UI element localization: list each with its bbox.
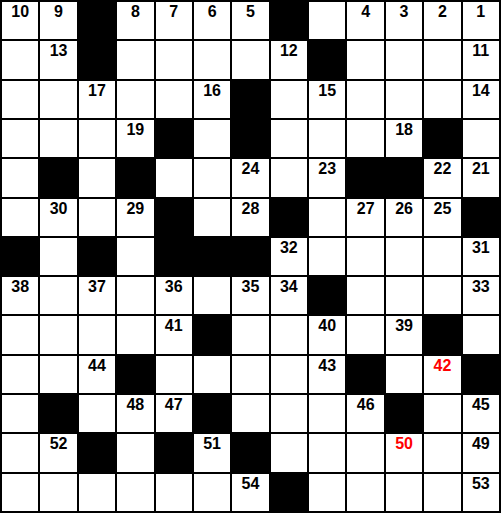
- answer-cell-r5c6[interactable]: [194, 159, 230, 196]
- black-cell-r7c6: [194, 238, 230, 275]
- black-cell-r13c8: [271, 474, 307, 511]
- answer-cell-r7c11[interactable]: [386, 238, 422, 275]
- clue-number-17: 17: [79, 82, 115, 100]
- answer-cell-r9c13[interactable]: [463, 316, 499, 353]
- clue-number-23: 23: [309, 160, 345, 178]
- clue-number-35: 35: [232, 278, 268, 296]
- black-cell-r7c3: [79, 238, 115, 275]
- black-cell-r5c4: [117, 159, 153, 196]
- clue-number-45: 45: [463, 396, 499, 414]
- answer-cell-r9c2[interactable]: [40, 316, 76, 353]
- answer-cell-r4c8[interactable]: [271, 120, 307, 157]
- crossword-grid: 1098765432113121117161514191824232221302…: [0, 0, 501, 513]
- answer-cell-r4c2[interactable]: [40, 120, 76, 157]
- clue-number-49: 49: [463, 435, 499, 453]
- answer-cell-r8c3[interactable]: 37: [79, 277, 115, 314]
- answer-cell-r13c10[interactable]: [347, 474, 383, 511]
- answer-cell-r2c6[interactable]: [194, 41, 230, 78]
- answer-cell-r12c8[interactable]: [271, 434, 307, 471]
- clue-number-33: 33: [463, 278, 499, 296]
- answer-cell-r12c2[interactable]: 52: [40, 434, 76, 471]
- answer-cell-r8c11[interactable]: [386, 277, 422, 314]
- answer-cell-r11c8[interactable]: [271, 395, 307, 432]
- answer-cell-r4c6[interactable]: [194, 120, 230, 157]
- clue-number-44: 44: [79, 357, 115, 375]
- answer-cell-r2c4[interactable]: [117, 41, 153, 78]
- answer-cell-r6c2[interactable]: 30: [40, 199, 76, 236]
- answer-cell-r8c12[interactable]: [424, 277, 460, 314]
- clue-number-15: 15: [309, 82, 345, 100]
- answer-cell-r7c9[interactable]: [309, 238, 345, 275]
- answer-cell-r11c4[interactable]: 48: [117, 395, 153, 432]
- clue-number-22: 22: [424, 160, 460, 178]
- answer-cell-r11c5[interactable]: 47: [156, 395, 192, 432]
- answer-cell-r12c6[interactable]: 51: [194, 434, 230, 471]
- black-cell-r7c7: [232, 238, 268, 275]
- answer-cell-r4c1[interactable]: [2, 120, 38, 157]
- answer-cell-r11c3[interactable]: [79, 395, 115, 432]
- black-cell-r9c6: [194, 316, 230, 353]
- answer-cell-r6c4[interactable]: 29: [117, 199, 153, 236]
- clue-number-46: 46: [347, 396, 383, 414]
- answer-cell-r10c11[interactable]: [386, 356, 422, 393]
- clue-number-28: 28: [232, 200, 268, 218]
- answer-cell-r12c10[interactable]: [347, 434, 383, 471]
- answer-cell-r1c5[interactable]: 7: [156, 2, 192, 39]
- answer-cell-r3c10[interactable]: [347, 81, 383, 118]
- black-cell-r11c2: [40, 395, 76, 432]
- clue-number-5: 5: [232, 3, 268, 21]
- answer-cell-r13c1[interactable]: [2, 474, 38, 511]
- black-cell-r11c11: [386, 395, 422, 432]
- answer-cell-r12c1[interactable]: [2, 434, 38, 471]
- answer-cell-r1c13[interactable]: 1: [463, 2, 499, 39]
- clue-number-31: 31: [463, 239, 499, 257]
- answer-cell-r2c7[interactable]: [232, 41, 268, 78]
- answer-cell-r7c2[interactable]: [40, 238, 76, 275]
- answer-cell-r10c6[interactable]: [194, 356, 230, 393]
- black-cell-r4c5: [156, 120, 192, 157]
- clue-number-7: 7: [156, 3, 192, 21]
- clue-number-36: 36: [156, 278, 192, 296]
- answer-cell-r11c12[interactable]: [424, 395, 460, 432]
- clue-number-38: 38: [2, 278, 38, 296]
- answer-cell-r7c10[interactable]: [347, 238, 383, 275]
- answer-cell-r7c13[interactable]: 31: [463, 238, 499, 275]
- answer-cell-r6c10[interactable]: 27: [347, 199, 383, 236]
- black-cell-r12c5: [156, 434, 192, 471]
- answer-cell-r13c9[interactable]: [309, 474, 345, 511]
- answer-cell-r8c8[interactable]: 34: [271, 277, 307, 314]
- answer-cell-r10c3[interactable]: 44: [79, 356, 115, 393]
- black-cell-r5c11: [386, 159, 422, 196]
- black-cell-r6c13: [463, 199, 499, 236]
- black-cell-r7c1: [2, 238, 38, 275]
- answer-cell-r3c8[interactable]: [271, 81, 307, 118]
- black-cell-r10c10: [347, 356, 383, 393]
- answer-cell-r13c12[interactable]: [424, 474, 460, 511]
- answer-cell-r11c1[interactable]: [2, 395, 38, 432]
- answer-cell-r5c1[interactable]: [2, 159, 38, 196]
- answer-cell-r6c6[interactable]: [194, 199, 230, 236]
- answer-cell-r3c2[interactable]: [40, 81, 76, 118]
- answer-cell-r4c13[interactable]: [463, 120, 499, 157]
- clue-number-1: 1: [463, 3, 499, 21]
- clue-number-14: 14: [463, 82, 499, 100]
- answer-cell-r4c4[interactable]: 19: [117, 120, 153, 157]
- answer-cell-r2c13[interactable]: 11: [463, 41, 499, 78]
- clue-number-40: 40: [309, 317, 345, 335]
- answer-cell-r3c9[interactable]: 15: [309, 81, 345, 118]
- clue-number-9: 9: [40, 3, 76, 21]
- clue-number-47: 47: [156, 396, 192, 414]
- answer-cell-r1c12[interactable]: 2: [424, 2, 460, 39]
- answer-cell-r8c13[interactable]: 33: [463, 277, 499, 314]
- clue-number-32: 32: [271, 239, 307, 257]
- clue-number-11: 11: [463, 42, 499, 60]
- black-cell-r11c6: [194, 395, 230, 432]
- answer-cell-r4c3[interactable]: [79, 120, 115, 157]
- answer-cell-r6c3[interactable]: [79, 199, 115, 236]
- black-cell-r1c3: [79, 2, 115, 39]
- answer-cell-r3c1[interactable]: [2, 81, 38, 118]
- clue-number-25: 25: [424, 200, 460, 218]
- answer-cell-r9c9[interactable]: 40: [309, 316, 345, 353]
- answer-cell-r5c13[interactable]: 21: [463, 159, 499, 196]
- answer-cell-r1c1[interactable]: 10: [2, 2, 38, 39]
- clue-number-27: 27: [347, 200, 383, 218]
- answer-cell-r12c12[interactable]: [424, 434, 460, 471]
- answer-cell-r4c11[interactable]: 18: [386, 120, 422, 157]
- answer-cell-r11c9[interactable]: [309, 395, 345, 432]
- black-cell-r10c4: [117, 356, 153, 393]
- clue-number-30: 30: [40, 200, 76, 218]
- answer-cell-r3c13[interactable]: 14: [463, 81, 499, 118]
- black-cell-r10c13: [463, 356, 499, 393]
- answer-cell-r9c10[interactable]: [347, 316, 383, 353]
- answer-cell-r2c5[interactable]: [156, 41, 192, 78]
- clue-number-18: 18: [386, 121, 422, 139]
- answer-cell-r6c11[interactable]: 26: [386, 199, 422, 236]
- answer-cell-r3c3[interactable]: 17: [79, 81, 115, 118]
- answer-cell-r3c5[interactable]: [156, 81, 192, 118]
- answer-cell-r9c1[interactable]: [2, 316, 38, 353]
- clue-number-26: 26: [386, 200, 422, 218]
- clue-number-43: 43: [309, 357, 345, 375]
- clue-number-16: 16: [194, 82, 230, 100]
- answer-cell-r10c9[interactable]: 43: [309, 356, 345, 393]
- answer-cell-r9c7[interactable]: [232, 316, 268, 353]
- answer-cell-r1c2[interactable]: 9: [40, 2, 76, 39]
- answer-cell-r11c10[interactable]: 46: [347, 395, 383, 432]
- black-cell-r5c10: [347, 159, 383, 196]
- answer-cell-r1c11[interactable]: 3: [386, 2, 422, 39]
- answer-cell-r13c5[interactable]: [156, 474, 192, 511]
- answer-cell-r1c4[interactable]: 8: [117, 2, 153, 39]
- clue-number-39: 39: [386, 317, 422, 335]
- answer-cell-r8c5[interactable]: 36: [156, 277, 192, 314]
- clue-number-19: 19: [117, 121, 153, 139]
- clue-number-21: 21: [463, 160, 499, 178]
- clue-number-41: 41: [156, 317, 192, 335]
- clue-number-24: 24: [232, 160, 268, 178]
- answer-cell-r10c5[interactable]: [156, 356, 192, 393]
- clue-number-3: 3: [386, 3, 422, 21]
- answer-cell-r10c8[interactable]: [271, 356, 307, 393]
- answer-cell-r3c6[interactable]: 16: [194, 81, 230, 118]
- answer-cell-r13c2[interactable]: [40, 474, 76, 511]
- answer-cell-r13c4[interactable]: [117, 474, 153, 511]
- black-cell-r7c5: [156, 238, 192, 275]
- answer-cell-r4c10[interactable]: [347, 120, 383, 157]
- answer-cell-r7c4[interactable]: [117, 238, 153, 275]
- clue-number-2: 2: [424, 3, 460, 21]
- black-cell-r1c8: [271, 2, 307, 39]
- clue-number-34: 34: [271, 278, 307, 296]
- answer-cell-r2c2[interactable]: 13: [40, 41, 76, 78]
- clue-number-8: 8: [117, 3, 153, 21]
- answer-cell-r6c12[interactable]: 25: [424, 199, 460, 236]
- answer-cell-r8c10[interactable]: [347, 277, 383, 314]
- clue-number-42: 42: [424, 357, 460, 375]
- clue-number-50: 50: [386, 435, 422, 453]
- answer-cell-r1c10[interactable]: 4: [347, 2, 383, 39]
- answer-cell-r13c3[interactable]: [79, 474, 115, 511]
- answer-cell-r2c1[interactable]: [2, 41, 38, 78]
- answer-cell-r1c6[interactable]: 6: [194, 2, 230, 39]
- black-cell-r6c8: [271, 199, 307, 236]
- black-cell-r12c3: [79, 434, 115, 471]
- answer-cell-r6c1[interactable]: [2, 199, 38, 236]
- answer-cell-r8c1[interactable]: 38: [2, 277, 38, 314]
- answer-cell-r1c7[interactable]: 5: [232, 2, 268, 39]
- black-cell-r2c9: [309, 41, 345, 78]
- answer-cell-r8c2[interactable]: [40, 277, 76, 314]
- clue-number-54: 54: [232, 475, 268, 493]
- answer-cell-r9c8[interactable]: [271, 316, 307, 353]
- answer-cell-r7c8[interactable]: 32: [271, 238, 307, 275]
- answer-cell-r6c9[interactable]: [309, 199, 345, 236]
- answer-cell-r5c7[interactable]: 24: [232, 159, 268, 196]
- answer-cell-r9c4[interactable]: [117, 316, 153, 353]
- clue-number-52: 52: [40, 435, 76, 453]
- clue-number-48: 48: [117, 396, 153, 414]
- answer-cell-r12c11[interactable]: 50: [386, 434, 422, 471]
- clue-number-10: 10: [2, 3, 38, 21]
- answer-cell-r10c12[interactable]: 42: [424, 356, 460, 393]
- clue-number-37: 37: [79, 278, 115, 296]
- answer-cell-r2c11[interactable]: [386, 41, 422, 78]
- answer-cell-r8c6[interactable]: [194, 277, 230, 314]
- answer-cell-r13c7[interactable]: 54: [232, 474, 268, 511]
- answer-cell-r5c5[interactable]: [156, 159, 192, 196]
- answer-cell-r13c6[interactable]: [194, 474, 230, 511]
- black-cell-r4c12: [424, 120, 460, 157]
- clue-number-13: 13: [40, 42, 76, 60]
- answer-cell-r3c11[interactable]: [386, 81, 422, 118]
- answer-cell-r11c13[interactable]: 45: [463, 395, 499, 432]
- answer-cell-r1c9[interactable]: [309, 2, 345, 39]
- answer-cell-r3c4[interactable]: [117, 81, 153, 118]
- answer-cell-r2c10[interactable]: [347, 41, 383, 78]
- clue-number-12: 12: [271, 42, 307, 60]
- answer-cell-r13c11[interactable]: [386, 474, 422, 511]
- answer-cell-r4c9[interactable]: [309, 120, 345, 157]
- answer-cell-r10c2[interactable]: [40, 356, 76, 393]
- clue-number-29: 29: [117, 200, 153, 218]
- answer-cell-r2c12[interactable]: [424, 41, 460, 78]
- clue-number-53: 53: [463, 475, 499, 493]
- answer-cell-r6c7[interactable]: 28: [232, 199, 268, 236]
- black-cell-r3c7: [232, 81, 268, 118]
- answer-cell-r9c11[interactable]: 39: [386, 316, 422, 353]
- answer-cell-r12c4[interactable]: [117, 434, 153, 471]
- black-cell-r8c9: [309, 277, 345, 314]
- answer-cell-r9c3[interactable]: [79, 316, 115, 353]
- answer-cell-r9c5[interactable]: 41: [156, 316, 192, 353]
- clue-number-6: 6: [194, 3, 230, 21]
- answer-cell-r8c7[interactable]: 35: [232, 277, 268, 314]
- answer-cell-r2c8[interactable]: 12: [271, 41, 307, 78]
- answer-cell-r5c12[interactable]: 22: [424, 159, 460, 196]
- black-cell-r9c12: [424, 316, 460, 353]
- answer-cell-r5c8[interactable]: [271, 159, 307, 196]
- clue-number-4: 4: [347, 3, 383, 21]
- black-cell-r5c2: [40, 159, 76, 196]
- answer-cell-r10c7[interactable]: [232, 356, 268, 393]
- answer-cell-r5c9[interactable]: 23: [309, 159, 345, 196]
- clue-number-51: 51: [194, 435, 230, 453]
- answer-cell-r10c1[interactable]: [2, 356, 38, 393]
- answer-cell-r11c7[interactable]: [232, 395, 268, 432]
- answer-cell-r13c13[interactable]: 53: [463, 474, 499, 511]
- black-cell-r6c5: [156, 199, 192, 236]
- black-cell-r2c3: [79, 41, 115, 78]
- answer-cell-r7c12[interactable]: [424, 238, 460, 275]
- answer-cell-r5c3[interactable]: [79, 159, 115, 196]
- answer-cell-r12c9[interactable]: [309, 434, 345, 471]
- answer-cell-r12c13[interactable]: 49: [463, 434, 499, 471]
- black-cell-r4c7: [232, 120, 268, 157]
- answer-cell-r8c4[interactable]: [117, 277, 153, 314]
- black-cell-r12c7: [232, 434, 268, 471]
- answer-cell-r3c12[interactable]: [424, 81, 460, 118]
